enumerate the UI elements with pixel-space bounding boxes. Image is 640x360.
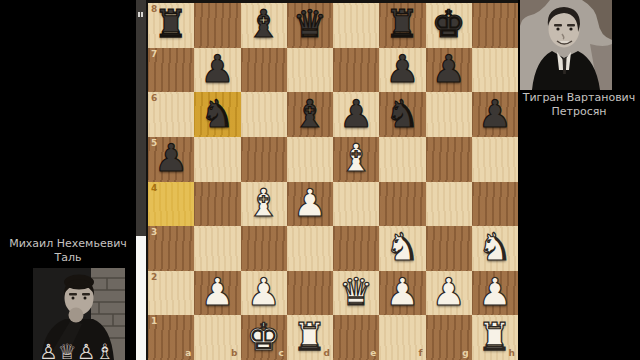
square-c2[interactable]: ♟: [241, 271, 287, 316]
square-g1[interactable]: g: [426, 315, 472, 360]
piece-wN-h3[interactable]: ♞: [478, 228, 512, 266]
square-a1[interactable]: 1a: [148, 315, 194, 360]
piece-wN-f3[interactable]: ♞: [385, 228, 419, 266]
square-c5[interactable]: [241, 137, 287, 182]
piece-bP-f7[interactable]: ♟: [385, 50, 419, 88]
square-h7[interactable]: [472, 48, 518, 93]
white-player-name-line2: Таль: [0, 251, 136, 265]
square-c6[interactable]: [241, 92, 287, 137]
piece-wP-b2[interactable]: ♟: [200, 273, 234, 311]
piece-bB-d6[interactable]: ♝: [293, 95, 327, 133]
piece-wB-c4[interactable]: ♝: [247, 184, 281, 222]
square-c4[interactable]: ♝: [241, 182, 287, 227]
square-d2[interactable]: [287, 271, 333, 316]
square-h8[interactable]: [472, 3, 518, 48]
square-c1[interactable]: c♚: [241, 315, 287, 360]
rank-label-2: 2: [151, 273, 157, 282]
black-player-photo: [520, 0, 612, 90]
piece-wP-h2[interactable]: ♟: [478, 273, 512, 311]
square-a4[interactable]: 4: [148, 182, 194, 227]
black-player-panel: Тигран Вартанович Петросян: [518, 0, 640, 360]
piece-bN-f6[interactable]: ♞: [385, 95, 419, 133]
square-g8[interactable]: ♚: [426, 3, 472, 48]
rank-label-1: 1: [151, 317, 157, 326]
square-g6[interactable]: [426, 92, 472, 137]
square-a3[interactable]: 3: [148, 226, 194, 271]
piece-bQ-d8[interactable]: ♛: [293, 5, 327, 43]
square-b3[interactable]: [194, 226, 240, 271]
white-player-panel: Михаил Нехемьевич Таль: [0, 0, 136, 360]
rank-label-3: 3: [151, 228, 157, 237]
square-b7[interactable]: ♟: [194, 48, 240, 93]
square-g7[interactable]: ♟: [426, 48, 472, 93]
tal-portrait-illustration: ♙♕♙♗: [33, 268, 125, 360]
file-label-f: f: [419, 349, 423, 358]
square-g3[interactable]: [426, 226, 472, 271]
piece-wK-c1[interactable]: ♚: [247, 318, 281, 356]
square-a6[interactable]: 6: [148, 92, 194, 137]
black-player-name-line1: Тигран Вартанович: [518, 91, 640, 105]
square-b8[interactable]: [194, 3, 240, 48]
square-h1[interactable]: h♜: [472, 315, 518, 360]
rank-label-7: 7: [151, 50, 157, 59]
piece-bR-a8[interactable]: ♜: [154, 5, 188, 43]
square-d3[interactable]: [287, 226, 333, 271]
app-window: Михаил Нехемьевич Таль: [0, 0, 640, 360]
square-e5[interactable]: ♝: [333, 137, 379, 182]
piece-wQ-e2[interactable]: ♛: [339, 273, 373, 311]
square-f1[interactable]: f: [379, 315, 425, 360]
black-player-name-line2: Петросян: [518, 105, 640, 119]
strip-marker-icon: [138, 2, 145, 8]
piece-wP-g2[interactable]: ♟: [432, 273, 466, 311]
piece-bP-b7[interactable]: ♟: [200, 50, 234, 88]
square-c7[interactable]: [241, 48, 287, 93]
white-player-photo: ♙♕♙♗: [33, 268, 125, 360]
square-e3[interactable]: [333, 226, 379, 271]
square-e2[interactable]: ♛: [333, 271, 379, 316]
piece-bP-g7[interactable]: ♟: [432, 50, 466, 88]
file-label-g: g: [462, 349, 468, 358]
square-g2[interactable]: ♟: [426, 271, 472, 316]
square-c3[interactable]: [241, 226, 287, 271]
square-e1[interactable]: e: [333, 315, 379, 360]
rank-label-6: 6: [151, 94, 157, 103]
chess-board: 8♜♝♛♜♚7♟♟♟6♞♝♟♞♟5♟♝4♝♟3♞♞2♟♟♛♟♟♟1abc♚d♜e…: [148, 0, 518, 360]
svg-text:♙♕♙♗: ♙♕♙♗: [39, 340, 114, 360]
square-f2[interactable]: ♟: [379, 271, 425, 316]
file-label-e: e: [370, 349, 376, 358]
white-player-name: Михаил Нехемьевич Таль: [0, 237, 136, 265]
square-b1[interactable]: b: [194, 315, 240, 360]
square-d6[interactable]: ♝: [287, 92, 333, 137]
square-h4[interactable]: [472, 182, 518, 227]
square-d4[interactable]: ♟: [287, 182, 333, 227]
square-d7[interactable]: [287, 48, 333, 93]
square-a2[interactable]: 2: [148, 271, 194, 316]
square-f8[interactable]: ♜: [379, 3, 425, 48]
square-h6[interactable]: ♟: [472, 92, 518, 137]
piece-bP-h6[interactable]: ♟: [478, 95, 512, 133]
square-b6[interactable]: ♞: [194, 92, 240, 137]
piece-bK-g8[interactable]: ♚: [432, 5, 466, 43]
piece-wP-d4[interactable]: ♟: [293, 184, 327, 222]
piece-bR-f8[interactable]: ♜: [385, 5, 419, 43]
square-e4[interactable]: [333, 182, 379, 227]
square-g5[interactable]: [426, 137, 472, 182]
square-h2[interactable]: ♟: [472, 271, 518, 316]
piece-bB-c8[interactable]: ♝: [247, 5, 281, 43]
square-b4[interactable]: [194, 182, 240, 227]
rank-label-4: 4: [151, 184, 157, 193]
black-player-name: Тигран Вартанович Петросян: [518, 91, 640, 119]
strip-bottom-section: [136, 236, 146, 360]
square-a7[interactable]: 7: [148, 48, 194, 93]
square-d8[interactable]: ♛: [287, 3, 333, 48]
piece-bP-e6[interactable]: ♟: [339, 95, 373, 133]
piece-wR-d1[interactable]: ♜: [293, 318, 327, 356]
square-h3[interactable]: ♞: [472, 226, 518, 271]
square-g4[interactable]: [426, 182, 472, 227]
square-b2[interactable]: ♟: [194, 271, 240, 316]
square-a5[interactable]: 5♟: [148, 137, 194, 182]
piece-bP-a5[interactable]: ♟: [154, 139, 188, 177]
square-h5[interactable]: [472, 137, 518, 182]
white-player-name-line1: Михаил Нехемьевич: [0, 237, 136, 251]
side-strip-scrollbar[interactable]: [136, 0, 148, 360]
square-f3[interactable]: ♞: [379, 226, 425, 271]
piece-wP-c2[interactable]: ♟: [247, 273, 281, 311]
square-f6[interactable]: ♞: [379, 92, 425, 137]
file-label-a: a: [185, 349, 191, 358]
square-e7[interactable]: [333, 48, 379, 93]
square-b5[interactable]: [194, 137, 240, 182]
square-f4[interactable]: [379, 182, 425, 227]
piece-wR-h1[interactable]: ♜: [478, 318, 512, 356]
square-a8[interactable]: 8♜: [148, 3, 194, 48]
square-f7[interactable]: ♟: [379, 48, 425, 93]
piece-wB-e5[interactable]: ♝: [339, 139, 373, 177]
square-c8[interactable]: ♝: [241, 3, 287, 48]
square-e6[interactable]: ♟: [333, 92, 379, 137]
square-e8[interactable]: [333, 3, 379, 48]
petrosian-portrait-illustration: [520, 0, 612, 90]
square-f5[interactable]: [379, 137, 425, 182]
piece-wP-f2[interactable]: ♟: [385, 273, 419, 311]
square-d5[interactable]: [287, 137, 333, 182]
file-label-b: b: [231, 349, 237, 358]
piece-bN-b6[interactable]: ♞: [200, 95, 234, 133]
square-d1[interactable]: d♜: [287, 315, 333, 360]
